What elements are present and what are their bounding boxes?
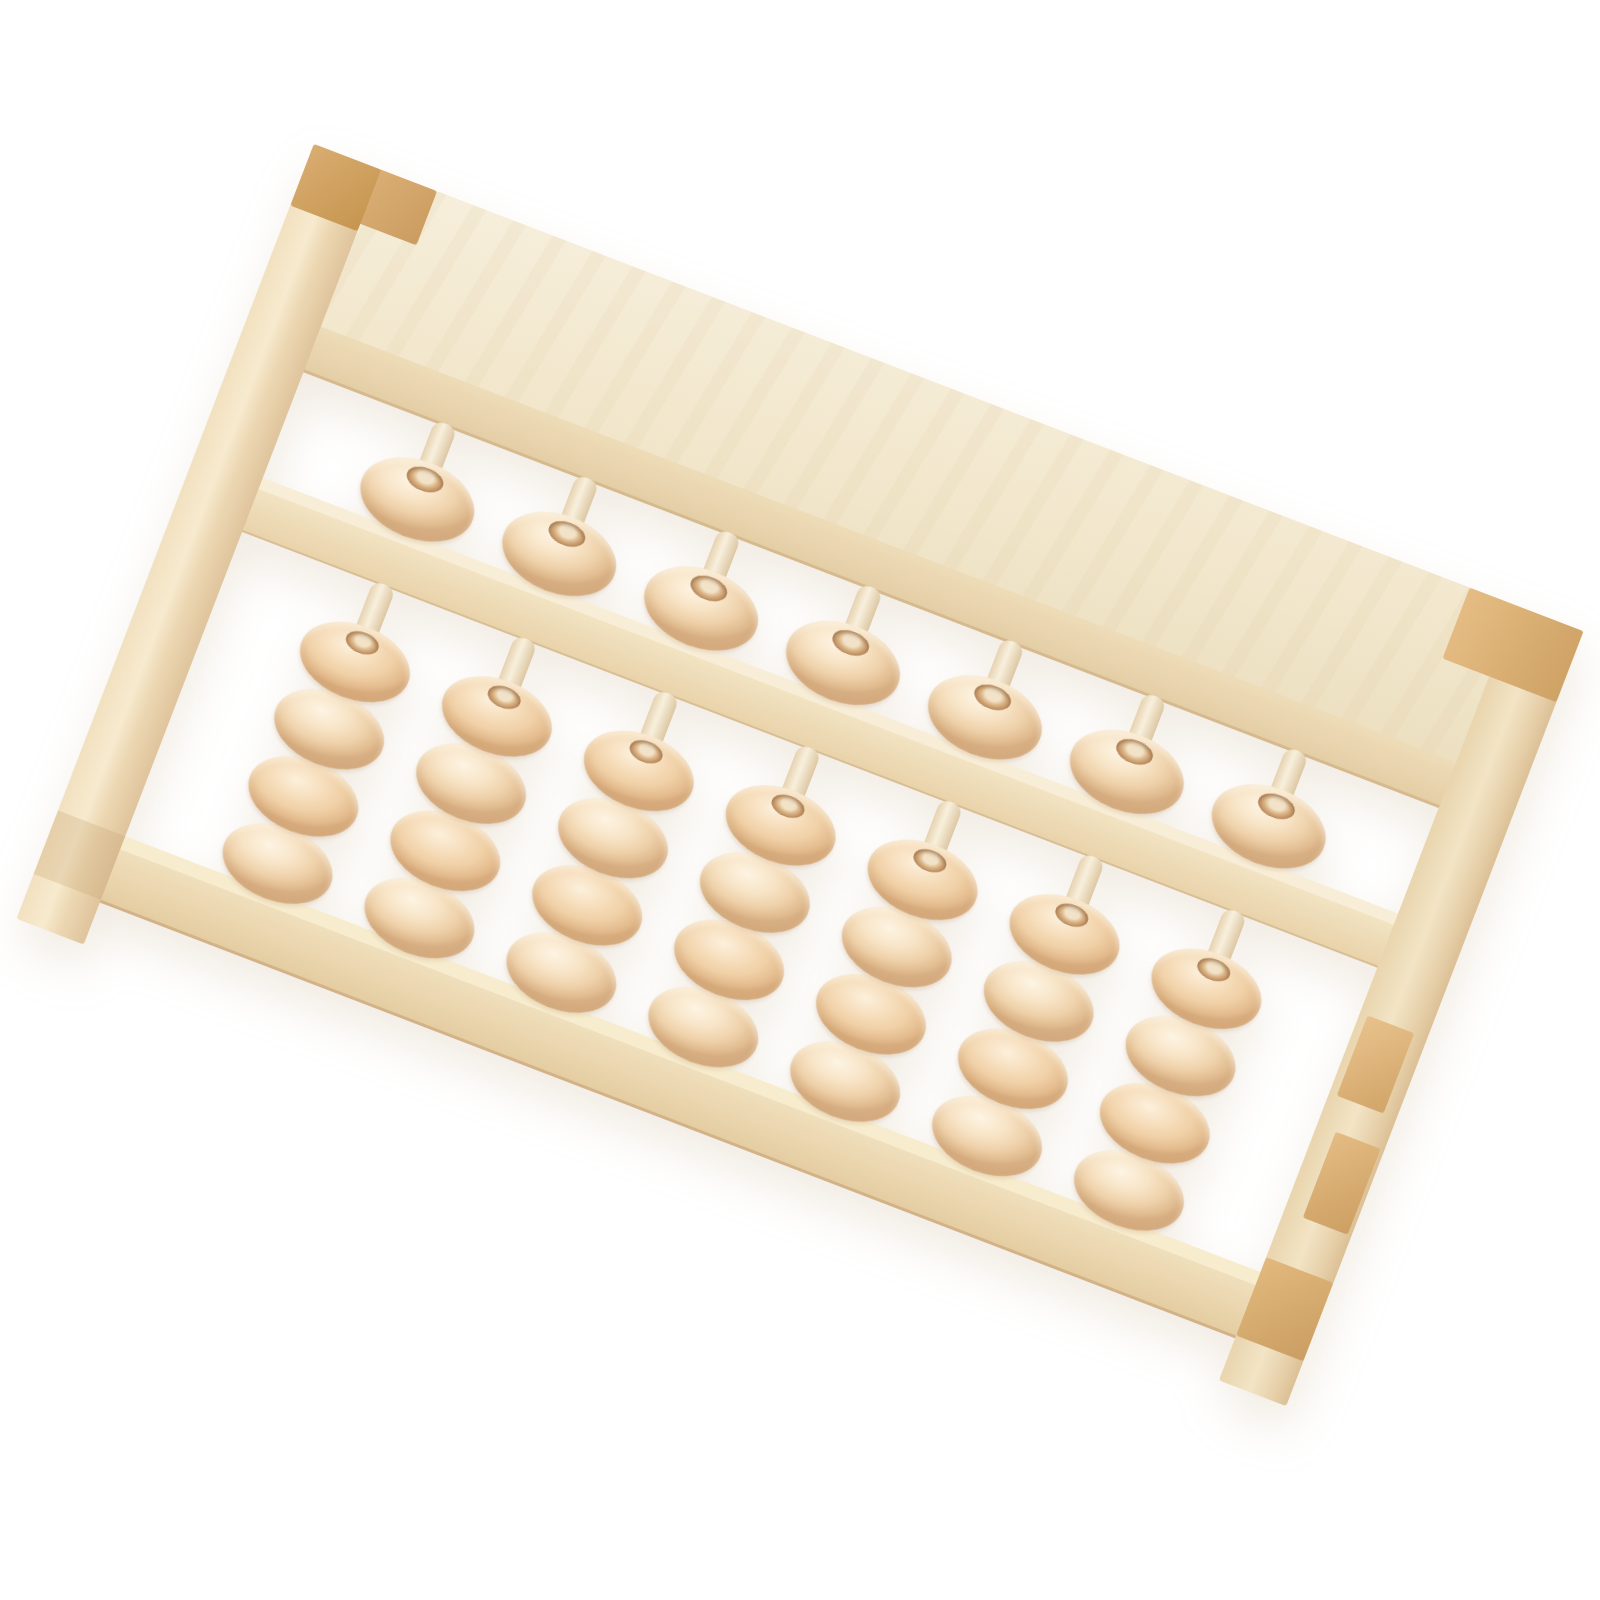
heaven-bead-rod-1[interactable] — [348, 442, 486, 557]
bead-hole — [403, 462, 447, 497]
bead-hole — [545, 516, 589, 551]
heaven-bead-rod-4[interactable] — [774, 605, 912, 720]
heaven-bead-rod-6[interactable] — [1058, 714, 1196, 829]
bead-hole — [485, 681, 524, 713]
bead-hole — [829, 625, 873, 660]
bead-hole — [1194, 954, 1233, 986]
bead-hole — [971, 680, 1015, 715]
heaven-bead-rod-2[interactable] — [490, 496, 628, 611]
bead-hole — [768, 790, 807, 822]
bead-hole — [1113, 734, 1157, 769]
heaven-bead-rod-5[interactable] — [916, 660, 1054, 775]
heaven-bead-rod-3[interactable] — [632, 551, 770, 666]
bead-hole — [343, 627, 382, 659]
heaven-bead-rod-7[interactable] — [1200, 769, 1338, 884]
bead-hole — [1052, 899, 1091, 931]
bead-hole — [687, 571, 731, 606]
bead-hole — [1255, 789, 1299, 824]
bead-hole — [626, 736, 665, 768]
bead-hole — [910, 845, 949, 877]
abacus-board — [16, 144, 1583, 1406]
product-photo-scene — [0, 0, 1600, 1600]
